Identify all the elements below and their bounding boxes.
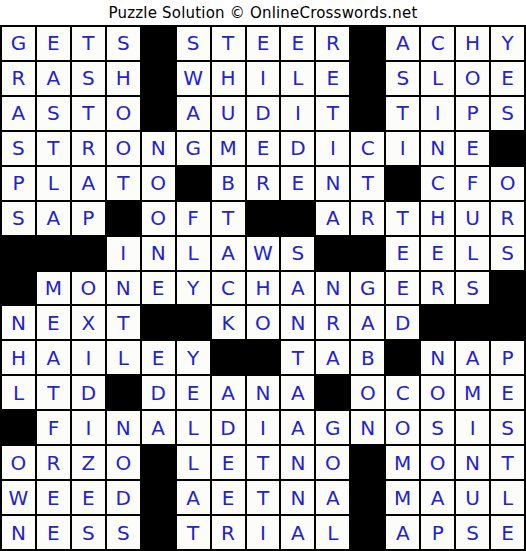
letter-cell: P <box>2 167 35 200</box>
letter-cell: S <box>491 237 524 270</box>
letter-cell: R <box>247 167 280 200</box>
letter-cell: I <box>72 411 105 444</box>
letter-cell: W <box>177 62 210 95</box>
letter-cell: N <box>351 411 384 444</box>
letter-cell: S <box>2 132 35 165</box>
black-cell <box>2 237 35 270</box>
letter-cell: A <box>456 341 489 374</box>
letter-cell: A <box>177 481 210 514</box>
letter-cell: T <box>72 27 105 60</box>
letter-cell: N <box>107 411 140 444</box>
black-cell <box>107 376 140 409</box>
black-cell <box>351 481 384 514</box>
letter-cell: R <box>421 272 454 305</box>
letter-cell: L <box>177 411 210 444</box>
letter-cell: R <box>491 202 524 235</box>
letter-cell: A <box>281 411 314 444</box>
black-cell <box>142 516 175 549</box>
letter-cell: E <box>247 27 280 60</box>
black-cell <box>351 516 384 549</box>
letter-cell: L <box>281 62 314 95</box>
letter-cell: E <box>72 481 105 514</box>
black-cell <box>351 97 384 130</box>
letter-cell: S <box>456 516 489 549</box>
letter-cell: N <box>281 446 314 479</box>
letter-cell: A <box>2 97 35 130</box>
crossword-grid: GETSSTEERACHYRASHWHILESLOEASTOAUDITTIPSS… <box>0 25 526 551</box>
letter-cell: I <box>316 132 349 165</box>
letter-cell: W <box>2 481 35 514</box>
puzzle-solution-page: Puzzle Solution © OnlineCrosswords.net G… <box>0 0 526 551</box>
letter-cell: D <box>281 132 314 165</box>
letter-cell: D <box>212 411 245 444</box>
letter-cell: K <box>212 306 245 339</box>
letter-cell: T <box>247 446 280 479</box>
letter-cell: F <box>456 167 489 200</box>
letter-cell: L <box>491 481 524 514</box>
letter-cell: E <box>37 27 70 60</box>
letter-cell: M <box>37 272 70 305</box>
letter-cell: T <box>281 341 314 374</box>
letter-cell: P <box>72 202 105 235</box>
letter-cell: O <box>386 411 419 444</box>
letter-cell: I <box>421 97 454 130</box>
letter-cell: S <box>491 97 524 130</box>
letter-cell: L <box>2 376 35 409</box>
letter-cell: E <box>142 341 175 374</box>
letter-cell: G <box>2 27 35 60</box>
letter-cell: S <box>456 272 489 305</box>
letter-cell: C <box>386 376 419 409</box>
letter-cell: A <box>281 272 314 305</box>
letter-cell: N <box>421 341 454 374</box>
letter-cell: M <box>386 446 419 479</box>
letter-cell: T <box>351 167 384 200</box>
letter-cell: R <box>2 62 35 95</box>
letter-cell: E <box>37 306 70 339</box>
letter-cell: N <box>456 446 489 479</box>
letter-cell: M <box>386 481 419 514</box>
black-cell <box>491 132 524 165</box>
letter-cell: A <box>212 376 245 409</box>
letter-cell: O <box>142 202 175 235</box>
letter-cell: A <box>421 481 454 514</box>
letter-cell: E <box>37 481 70 514</box>
letter-cell: A <box>316 481 349 514</box>
letter-cell: M <box>212 132 245 165</box>
letter-cell: A <box>316 341 349 374</box>
black-cell <box>142 306 175 339</box>
letter-cell: I <box>281 97 314 130</box>
letter-cell: H <box>456 27 489 60</box>
letter-cell: T <box>212 27 245 60</box>
letter-cell: E <box>247 132 280 165</box>
letter-cell: E <box>491 62 524 95</box>
letter-cell: O <box>247 306 280 339</box>
letter-cell: I <box>456 411 489 444</box>
letter-cell: U <box>456 202 489 235</box>
letter-cell: E <box>491 516 524 549</box>
letter-cell: E <box>386 237 419 270</box>
letter-cell: S <box>72 516 105 549</box>
letter-cell: N <box>142 132 175 165</box>
black-cell <box>142 481 175 514</box>
letter-cell: N <box>316 167 349 200</box>
letter-cell: L <box>107 341 140 374</box>
letter-cell: L <box>421 62 454 95</box>
black-cell <box>281 202 314 235</box>
letter-cell: O <box>107 132 140 165</box>
black-cell <box>386 341 419 374</box>
letter-cell: E <box>281 167 314 200</box>
black-cell <box>316 376 349 409</box>
letter-cell: C <box>421 27 454 60</box>
letter-cell: S <box>386 62 419 95</box>
letter-cell: O <box>316 446 349 479</box>
letter-cell: N <box>107 272 140 305</box>
letter-cell: T <box>37 376 70 409</box>
letter-cell: H <box>107 62 140 95</box>
letter-cell: S <box>281 237 314 270</box>
letter-cell: A <box>281 516 314 549</box>
letter-cell: A <box>386 516 419 549</box>
letter-cell: T <box>386 202 419 235</box>
letter-cell: A <box>177 97 210 130</box>
black-cell <box>177 167 210 200</box>
letter-cell: D <box>72 376 105 409</box>
letter-cell: E <box>177 376 210 409</box>
letter-cell: T <box>107 306 140 339</box>
letter-cell: N <box>2 516 35 549</box>
letter-cell: N <box>142 237 175 270</box>
letter-cell: R <box>351 202 384 235</box>
letter-cell: T <box>72 97 105 130</box>
letter-cell: T <box>386 97 419 130</box>
letter-cell: E <box>386 272 419 305</box>
letter-cell: C <box>212 272 245 305</box>
letter-cell: T <box>107 167 140 200</box>
black-cell <box>142 97 175 130</box>
letter-cell: N <box>281 481 314 514</box>
black-cell <box>72 237 105 270</box>
black-cell <box>247 202 280 235</box>
letter-cell: S <box>72 62 105 95</box>
letter-cell: A <box>351 306 384 339</box>
black-cell <box>2 411 35 444</box>
letter-cell: G <box>316 411 349 444</box>
black-cell <box>247 341 280 374</box>
letter-cell: H <box>2 341 35 374</box>
letter-cell: Z <box>72 446 105 479</box>
black-cell <box>491 306 524 339</box>
letter-cell: D <box>107 481 140 514</box>
letter-cell: A <box>142 411 175 444</box>
letter-cell: T <box>177 516 210 549</box>
letter-cell: H <box>421 202 454 235</box>
black-cell <box>351 237 384 270</box>
black-cell <box>351 27 384 60</box>
letter-cell: A <box>316 202 349 235</box>
letter-cell: G <box>351 272 384 305</box>
letter-cell: O <box>351 376 384 409</box>
letter-cell: E <box>316 62 349 95</box>
letter-cell: Y <box>177 341 210 374</box>
letter-cell: L <box>316 516 349 549</box>
letter-cell: F <box>37 411 70 444</box>
letter-cell: H <box>212 62 245 95</box>
letter-cell: I <box>72 341 105 374</box>
letter-cell: P <box>421 516 454 549</box>
letter-cell: S <box>107 516 140 549</box>
letter-cell: B <box>351 341 384 374</box>
letter-cell: B <box>212 167 245 200</box>
letter-cell: T <box>247 481 280 514</box>
letter-cell: A <box>37 62 70 95</box>
letter-cell: S <box>491 411 524 444</box>
letter-cell: W <box>247 237 280 270</box>
letter-cell: I <box>107 237 140 270</box>
letter-cell: U <box>456 481 489 514</box>
letter-cell: A <box>212 237 245 270</box>
black-cell <box>386 167 419 200</box>
letter-cell: A <box>386 27 419 60</box>
letter-cell: R <box>37 446 70 479</box>
black-cell <box>2 272 35 305</box>
letter-cell: E <box>281 27 314 60</box>
black-cell <box>142 62 175 95</box>
letter-cell: L <box>456 237 489 270</box>
letter-cell: N <box>281 306 314 339</box>
letter-cell: D <box>386 306 419 339</box>
letter-cell: I <box>247 62 280 95</box>
letter-cell: O <box>107 97 140 130</box>
letter-cell: T <box>37 132 70 165</box>
letter-cell: D <box>142 376 175 409</box>
letter-cell: N <box>421 132 454 165</box>
letter-cell: C <box>421 167 454 200</box>
letter-cell: I <box>247 411 280 444</box>
letter-cell: O <box>421 376 454 409</box>
letter-cell: D <box>247 97 280 130</box>
black-cell <box>351 446 384 479</box>
letter-cell: R <box>316 306 349 339</box>
letter-cell: O <box>491 167 524 200</box>
letter-cell: L <box>37 167 70 200</box>
letter-cell: S <box>421 411 454 444</box>
black-cell <box>421 306 454 339</box>
letter-cell: O <box>72 272 105 305</box>
letter-cell: O <box>456 62 489 95</box>
letter-cell: A <box>72 167 105 200</box>
letter-cell: S <box>37 97 70 130</box>
letter-cell: C <box>351 132 384 165</box>
letter-cell: R <box>212 516 245 549</box>
black-cell <box>142 446 175 479</box>
letter-cell: L <box>177 446 210 479</box>
letter-cell: O <box>107 446 140 479</box>
letter-cell: E <box>212 446 245 479</box>
letter-cell: P <box>491 341 524 374</box>
letter-cell: S <box>2 202 35 235</box>
letter-cell: I <box>386 132 419 165</box>
letter-cell: I <box>247 516 280 549</box>
letter-cell: Y <box>491 27 524 60</box>
letter-cell: O <box>142 167 175 200</box>
letter-cell: F <box>177 202 210 235</box>
black-cell <box>142 27 175 60</box>
black-cell <box>177 306 210 339</box>
letter-cell: Y <box>177 272 210 305</box>
letter-cell: S <box>177 27 210 60</box>
letter-cell: O <box>2 446 35 479</box>
letter-cell: E <box>421 237 454 270</box>
letter-cell: M <box>456 376 489 409</box>
black-cell <box>212 341 245 374</box>
letter-cell: L <box>177 237 210 270</box>
letter-cell: S <box>107 27 140 60</box>
letter-cell: E <box>142 272 175 305</box>
black-cell <box>107 202 140 235</box>
black-cell <box>37 237 70 270</box>
black-cell <box>351 62 384 95</box>
letter-cell: E <box>491 376 524 409</box>
letter-cell: A <box>37 202 70 235</box>
letter-cell: N <box>316 272 349 305</box>
letter-cell: O <box>421 446 454 479</box>
page-title: Puzzle Solution © OnlineCrosswords.net <box>0 0 526 25</box>
letter-cell: E <box>456 132 489 165</box>
letter-cell: E <box>37 516 70 549</box>
letter-cell: H <box>247 272 280 305</box>
letter-cell: G <box>177 132 210 165</box>
black-cell <box>491 272 524 305</box>
letter-cell: U <box>212 97 245 130</box>
black-cell <box>456 306 489 339</box>
letter-cell: R <box>316 27 349 60</box>
letter-cell: P <box>456 97 489 130</box>
letter-cell: N <box>2 306 35 339</box>
letter-cell: T <box>491 446 524 479</box>
letter-cell: T <box>316 97 349 130</box>
black-cell <box>316 237 349 270</box>
letter-cell: A <box>281 376 314 409</box>
letter-cell: R <box>72 132 105 165</box>
letter-cell: N <box>247 376 280 409</box>
letter-cell: T <box>212 202 245 235</box>
letter-cell: E <box>212 481 245 514</box>
letter-cell: A <box>37 341 70 374</box>
letter-cell: X <box>72 306 105 339</box>
